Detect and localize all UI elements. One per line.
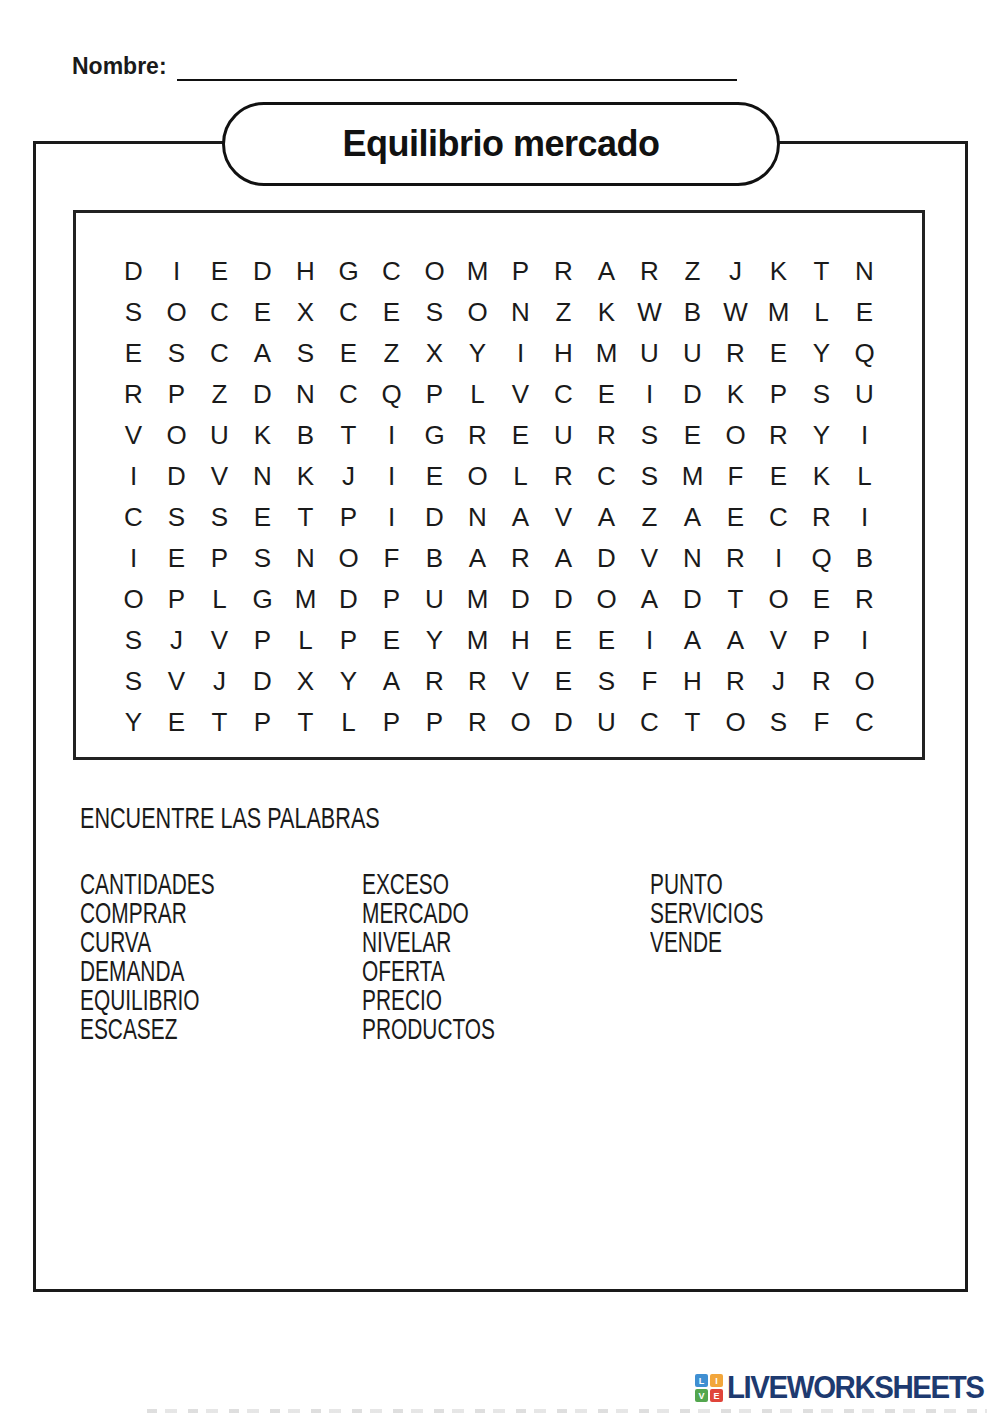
logo-square-i-icon: I — [710, 1374, 723, 1387]
grid-cell-r4c6[interactable]: C — [327, 374, 370, 415]
grid-cell-r10c15[interactable]: A — [714, 620, 757, 661]
cutoff-text-strip — [147, 1409, 987, 1413]
grid-cell-r8c12[interactable]: D — [585, 538, 628, 579]
grid-cell-r4c4[interactable]: D — [241, 374, 284, 415]
grid-cell-r1c16[interactable]: K — [757, 251, 800, 292]
grid-cell-r1c11[interactable]: R — [542, 251, 585, 292]
word-item: CANTIDADES — [80, 870, 215, 899]
grid-cell-r7c6[interactable]: P — [327, 497, 370, 538]
grid-cell-r5c7[interactable]: I — [370, 415, 413, 456]
grid-cell-r12c11[interactable]: D — [542, 702, 585, 743]
word-item: PUNTO — [650, 870, 763, 899]
grid-cell-r7c8[interactable]: D — [413, 497, 456, 538]
grid-cell-r9c2[interactable]: P — [155, 579, 198, 620]
letter-grid-box: DIEDHGCOMPRARZJKTNSOCEXCESONZKWBWMLEESCA… — [73, 210, 925, 760]
grid-cell-r4c9[interactable]: L — [456, 374, 499, 415]
grid-cell-r8c2[interactable]: E — [155, 538, 198, 579]
grid-cell-r11c11[interactable]: E — [542, 661, 585, 702]
grid-cell-r9c10[interactable]: D — [499, 579, 542, 620]
word-item: OFERTA — [362, 957, 495, 986]
grid-cell-r2c3[interactable]: C — [198, 292, 241, 333]
grid-cell-r7c4[interactable]: E — [241, 497, 284, 538]
grid-cell-r10c9[interactable]: M — [456, 620, 499, 661]
grid-cell-r3c4[interactable]: A — [241, 333, 284, 374]
grid-cell-r4c12[interactable]: E — [585, 374, 628, 415]
grid-cell-r4c13[interactable]: I — [628, 374, 671, 415]
grid-cell-r6c4[interactable]: N — [241, 456, 284, 497]
grid-cell-r1c4[interactable]: D — [241, 251, 284, 292]
grid-cell-r2c12[interactable]: K — [585, 292, 628, 333]
grid-cell-r4c1[interactable]: R — [112, 374, 155, 415]
grid-cell-r5c17[interactable]: Y — [800, 415, 843, 456]
grid-cell-r1c15[interactable]: J — [714, 251, 757, 292]
grid-cell-r10c8[interactable]: Y — [413, 620, 456, 661]
grid-cell-r3c10[interactable]: I — [499, 333, 542, 374]
grid-cell-r12c4[interactable]: P — [241, 702, 284, 743]
grid-cell-r8c13[interactable]: V — [628, 538, 671, 579]
grid-cell-r4c15[interactable]: K — [714, 374, 757, 415]
grid-cell-r1c9[interactable]: M — [456, 251, 499, 292]
grid-cell-r8c14[interactable]: N — [671, 538, 714, 579]
grid-cell-r5c16[interactable]: R — [757, 415, 800, 456]
grid-cell-r2c6[interactable]: C — [327, 292, 370, 333]
grid-cell-r12c15[interactable]: O — [714, 702, 757, 743]
grid-cell-r4c7[interactable]: Q — [370, 374, 413, 415]
grid-cell-r8c10[interactable]: R — [499, 538, 542, 579]
grid-cell-r1c5[interactable]: H — [284, 251, 327, 292]
grid-cell-r3c6[interactable]: E — [327, 333, 370, 374]
grid-cell-r9c15[interactable]: T — [714, 579, 757, 620]
grid-cell-r7c18[interactable]: I — [843, 497, 886, 538]
grid-cell-r3c18[interactable]: Q — [843, 333, 886, 374]
grid-cell-r1c18[interactable]: N — [843, 251, 886, 292]
grid-cell-r6c5[interactable]: K — [284, 456, 327, 497]
grid-cell-r3c17[interactable]: Y — [800, 333, 843, 374]
grid-cell-r2c16[interactable]: M — [757, 292, 800, 333]
grid-cell-r5c10[interactable]: E — [499, 415, 542, 456]
grid-cell-r6c12[interactable]: C — [585, 456, 628, 497]
word-item: COMPRAR — [80, 899, 215, 928]
grid-cell-r1c6[interactable]: G — [327, 251, 370, 292]
grid-cell-r10c11[interactable]: E — [542, 620, 585, 661]
grid-cell-r2c14[interactable]: B — [671, 292, 714, 333]
grid-cell-r5c11[interactable]: U — [542, 415, 585, 456]
grid-cell-r11c17[interactable]: R — [800, 661, 843, 702]
grid-cell-r7c1[interactable]: C — [112, 497, 155, 538]
grid-cell-r12c17[interactable]: F — [800, 702, 843, 743]
grid-cell-r8c17[interactable]: Q — [800, 538, 843, 579]
grid-cell-r12c12[interactable]: U — [585, 702, 628, 743]
logo-square-e-icon: E — [710, 1389, 723, 1402]
grid-cell-r7c11[interactable]: V — [542, 497, 585, 538]
grid-cell-r1c13[interactable]: R — [628, 251, 671, 292]
grid-cell-r5c2[interactable]: O — [155, 415, 198, 456]
grid-cell-r2c13[interactable]: W — [628, 292, 671, 333]
grid-cell-r9c1[interactable]: O — [112, 579, 155, 620]
grid-cell-r11c10[interactable]: V — [499, 661, 542, 702]
grid-cell-r11c14[interactable]: H — [671, 661, 714, 702]
grid-cell-r3c11[interactable]: H — [542, 333, 585, 374]
grid-cell-r2c10[interactable]: N — [499, 292, 542, 333]
grid-cell-r6c9[interactable]: O — [456, 456, 499, 497]
grid-cell-r5c6[interactable]: T — [327, 415, 370, 456]
grid-cell-r4c5[interactable]: N — [284, 374, 327, 415]
grid-cell-r11c3[interactable]: J — [198, 661, 241, 702]
grid-cell-r4c2[interactable]: P — [155, 374, 198, 415]
word-item: DEMANDA — [80, 957, 215, 986]
grid-cell-r11c2[interactable]: V — [155, 661, 198, 702]
grid-cell-r9c14[interactable]: D — [671, 579, 714, 620]
grid-cell-r12c2[interactable]: E — [155, 702, 198, 743]
grid-cell-r6c11[interactable]: R — [542, 456, 585, 497]
word-item: PRECIO — [362, 986, 495, 1015]
grid-cell-r11c1[interactable]: S — [112, 661, 155, 702]
grid-cell-r7c7[interactable]: I — [370, 497, 413, 538]
grid-cell-r10c1[interactable]: S — [112, 620, 155, 661]
grid-cell-r1c10[interactable]: P — [499, 251, 542, 292]
grid-cell-r7c5[interactable]: T — [284, 497, 327, 538]
grid-cell-r10c4[interactable]: P — [241, 620, 284, 661]
grid-cell-r8c15[interactable]: R — [714, 538, 757, 579]
grid-cell-r8c1[interactable]: I — [112, 538, 155, 579]
grid-cell-r7c17[interactable]: R — [800, 497, 843, 538]
word-item: CURVA — [80, 928, 215, 957]
grid-cell-r4c18[interactable]: U — [843, 374, 886, 415]
grid-cell-r8c11[interactable]: A — [542, 538, 585, 579]
grid-cell-r10c7[interactable]: E — [370, 620, 413, 661]
grid-cell-r4c3[interactable]: Z — [198, 374, 241, 415]
grid-cell-r10c16[interactable]: V — [757, 620, 800, 661]
grid-cell-r8c9[interactable]: A — [456, 538, 499, 579]
grid-cell-r8c3[interactable]: P — [198, 538, 241, 579]
word-item: MERCADO — [362, 899, 495, 928]
grid-cell-r11c12[interactable]: S — [585, 661, 628, 702]
grid-cell-r6c3[interactable]: V — [198, 456, 241, 497]
grid-cell-r6c18[interactable]: L — [843, 456, 886, 497]
grid-cell-r1c2[interactable]: I — [155, 251, 198, 292]
grid-cell-r9c6[interactable]: D — [327, 579, 370, 620]
grid-cell-r8c4[interactable]: S — [241, 538, 284, 579]
grid-cell-r9c8[interactable]: U — [413, 579, 456, 620]
logo-square-v-icon: V — [695, 1389, 708, 1402]
grid-cell-r3c12[interactable]: M — [585, 333, 628, 374]
word-column: EXCESOMERCADONIVELAROFERTAPRECIOPRODUCTO… — [362, 870, 547, 1044]
grid-cell-r11c7[interactable]: A — [370, 661, 413, 702]
grid-cell-r12c10[interactable]: O — [499, 702, 542, 743]
grid-cell-r10c13[interactable]: I — [628, 620, 671, 661]
grid-cell-r2c11[interactable]: Z — [542, 292, 585, 333]
grid-cell-r8c16[interactable]: I — [757, 538, 800, 579]
grid-cell-r5c9[interactable]: R — [456, 415, 499, 456]
grid-cell-r2c17[interactable]: L — [800, 292, 843, 333]
grid-cell-r12c13[interactable]: C — [628, 702, 671, 743]
word-item: EXCESO — [362, 870, 495, 899]
grid-cell-r5c15[interactable]: O — [714, 415, 757, 456]
grid-cell-r10c3[interactable]: V — [198, 620, 241, 661]
grid-cell-r9c4[interactable]: G — [241, 579, 284, 620]
grid-cell-r7c16[interactable]: C — [757, 497, 800, 538]
grid-cell-r5c8[interactable]: G — [413, 415, 456, 456]
grid-cell-r5c13[interactable]: S — [628, 415, 671, 456]
grid-cell-r12c7[interactable]: P — [370, 702, 413, 743]
grid-cell-r6c2[interactable]: D — [155, 456, 198, 497]
word-item: SERVICIOS — [650, 899, 763, 928]
grid-cell-r9c13[interactable]: A — [628, 579, 671, 620]
grid-cell-r7c3[interactable]: S — [198, 497, 241, 538]
page-title: Equilibrio mercado — [342, 123, 659, 165]
grid-cell-r9c17[interactable]: E — [800, 579, 843, 620]
grid-cell-r7c12[interactable]: A — [585, 497, 628, 538]
grid-cell-r10c6[interactable]: P — [327, 620, 370, 661]
grid-cell-r3c3[interactable]: C — [198, 333, 241, 374]
grid-cell-r5c14[interactable]: E — [671, 415, 714, 456]
grid-cell-r3c16[interactable]: E — [757, 333, 800, 374]
grid-cell-r7c14[interactable]: A — [671, 497, 714, 538]
word-item: NIVELAR — [362, 928, 495, 957]
grid-cell-r6c14[interactable]: M — [671, 456, 714, 497]
grid-cell-r4c8[interactable]: P — [413, 374, 456, 415]
word-item: PRODUCTOS — [362, 1015, 495, 1044]
grid-cell-r6c6[interactable]: J — [327, 456, 370, 497]
grid-cell-r12c18[interactable]: C — [843, 702, 886, 743]
grid-cell-r10c12[interactable]: E — [585, 620, 628, 661]
grid-cell-r8c8[interactable]: B — [413, 538, 456, 579]
grid-cell-r11c13[interactable]: F — [628, 661, 671, 702]
name-label: Nombre: — [72, 53, 167, 80]
grid-cell-r7c15[interactable]: E — [714, 497, 757, 538]
grid-cell-r2c2[interactable]: O — [155, 292, 198, 333]
grid-cell-r3c8[interactable]: X — [413, 333, 456, 374]
grid-cell-r1c1[interactable]: D — [112, 251, 155, 292]
grid-cell-r8c7[interactable]: F — [370, 538, 413, 579]
grid-cell-r1c12[interactable]: A — [585, 251, 628, 292]
grid-cell-r4c11[interactable]: C — [542, 374, 585, 415]
grid-cell-r4c14[interactable]: D — [671, 374, 714, 415]
grid-cell-r11c4[interactable]: D — [241, 661, 284, 702]
grid-cell-r9c3[interactable]: L — [198, 579, 241, 620]
grid-cell-r5c18[interactable]: I — [843, 415, 886, 456]
grid-cell-r12c16[interactable]: S — [757, 702, 800, 743]
grid-cell-r3c2[interactable]: S — [155, 333, 198, 374]
grid-cell-r2c15[interactable]: W — [714, 292, 757, 333]
grid-cell-r1c8[interactable]: O — [413, 251, 456, 292]
grid-cell-r2c4[interactable]: E — [241, 292, 284, 333]
grid-cell-r10c14[interactable]: A — [671, 620, 714, 661]
grid-cell-r8c18[interactable]: B — [843, 538, 886, 579]
grid-cell-r2c8[interactable]: S — [413, 292, 456, 333]
grid-cell-r12c1[interactable]: Y — [112, 702, 155, 743]
grid-cell-r4c16[interactable]: P — [757, 374, 800, 415]
grid-cell-r11c5[interactable]: X — [284, 661, 327, 702]
word-item: EQUILIBRIO — [80, 986, 215, 1015]
grid-cell-r7c2[interactable]: S — [155, 497, 198, 538]
grid-cell-r11c18[interactable]: O — [843, 661, 886, 702]
grid-cell-r12c8[interactable]: P — [413, 702, 456, 743]
grid-cell-r3c9[interactable]: Y — [456, 333, 499, 374]
grid-cell-r3c7[interactable]: Z — [370, 333, 413, 374]
grid-cell-r6c10[interactable]: L — [499, 456, 542, 497]
grid-cell-r6c13[interactable]: S — [628, 456, 671, 497]
grid-cell-r9c12[interactable]: O — [585, 579, 628, 620]
worksheet-page: Nombre: Equilibrio mercado DIEDHGCOMPRAR… — [0, 0, 1000, 1413]
grid-cell-r9c7[interactable]: P — [370, 579, 413, 620]
grid-cell-r3c1[interactable]: E — [112, 333, 155, 374]
grid-cell-r2c5[interactable]: X — [284, 292, 327, 333]
grid-cell-r6c8[interactable]: E — [413, 456, 456, 497]
grid-cell-r7c10[interactable]: A — [499, 497, 542, 538]
grid-cell-r8c6[interactable]: O — [327, 538, 370, 579]
grid-cell-r6c7[interactable]: I — [370, 456, 413, 497]
word-item: ESCASEZ — [80, 1015, 215, 1044]
word-column: PUNTOSERVICIOSVENDE — [650, 870, 807, 957]
name-input-line[interactable] — [177, 57, 737, 81]
grid-cell-r9c18[interactable]: R — [843, 579, 886, 620]
grid-cell-r3c5[interactable]: S — [284, 333, 327, 374]
word-column: CANTIDADESCOMPRARCURVADEMANDAEQUILIBRIOE… — [80, 870, 267, 1044]
logo-text: LIVEWORKSHEETS — [727, 1370, 984, 1406]
grid-cell-r6c15[interactable]: F — [714, 456, 757, 497]
grid-cell-r8c5[interactable]: N — [284, 538, 327, 579]
letter-grid: DIEDHGCOMPRARZJKTNSOCEXCESONZKWBWMLEESCA… — [76, 213, 922, 743]
grid-cell-r6c1[interactable]: I — [112, 456, 155, 497]
grid-cell-r3c14[interactable]: U — [671, 333, 714, 374]
grid-cell-r12c3[interactable]: T — [198, 702, 241, 743]
grid-cell-r10c2[interactable]: J — [155, 620, 198, 661]
grid-cell-r11c15[interactable]: R — [714, 661, 757, 702]
grid-cell-r2c9[interactable]: O — [456, 292, 499, 333]
grid-cell-r7c13[interactable]: Z — [628, 497, 671, 538]
grid-cell-r6c17[interactable]: K — [800, 456, 843, 497]
grid-cell-r11c6[interactable]: Y — [327, 661, 370, 702]
grid-cell-r12c6[interactable]: L — [327, 702, 370, 743]
grid-cell-r1c14[interactable]: Z — [671, 251, 714, 292]
grid-cell-r9c11[interactable]: D — [542, 579, 585, 620]
word-item: VENDE — [650, 928, 763, 957]
grid-cell-r10c10[interactable]: H — [499, 620, 542, 661]
grid-cell-r12c14[interactable]: T — [671, 702, 714, 743]
grid-cell-r10c17[interactable]: P — [800, 620, 843, 661]
grid-cell-r2c18[interactable]: E — [843, 292, 886, 333]
grid-cell-r3c13[interactable]: U — [628, 333, 671, 374]
grid-cell-r4c17[interactable]: S — [800, 374, 843, 415]
word-list-heading-row: ENCUENTRE LAS PALABRAS — [80, 801, 496, 835]
grid-cell-r11c16[interactable]: J — [757, 661, 800, 702]
grid-cell-r1c7[interactable]: C — [370, 251, 413, 292]
grid-cell-r11c9[interactable]: R — [456, 661, 499, 702]
logo-square-l-icon: L — [695, 1374, 708, 1387]
grid-cell-r5c12[interactable]: R — [585, 415, 628, 456]
grid-cell-r1c3[interactable]: E — [198, 251, 241, 292]
grid-cell-r9c16[interactable]: O — [757, 579, 800, 620]
grid-cell-r2c1[interactable]: S — [112, 292, 155, 333]
grid-cell-r11c8[interactable]: R — [413, 661, 456, 702]
grid-cell-r9c9[interactable]: M — [456, 579, 499, 620]
grid-cell-r3c15[interactable]: R — [714, 333, 757, 374]
grid-cell-r5c1[interactable]: V — [112, 415, 155, 456]
grid-cell-r7c9[interactable]: N — [456, 497, 499, 538]
grid-cell-r12c5[interactable]: T — [284, 702, 327, 743]
grid-cell-r5c4[interactable]: K — [241, 415, 284, 456]
grid-cell-r10c18[interactable]: I — [843, 620, 886, 661]
grid-cell-r5c5[interactable]: B — [284, 415, 327, 456]
logo-squares-icon: LIVE — [695, 1374, 723, 1402]
word-list-heading: ENCUENTRE LAS PALABRAS — [80, 801, 380, 835]
liveworksheets-logo: LIVE LIVEWORKSHEETS — [695, 1370, 997, 1406]
title-box: Equilibrio mercado — [222, 102, 780, 186]
grid-cell-r4c10[interactable]: V — [499, 374, 542, 415]
grid-cell-r2c7[interactable]: E — [370, 292, 413, 333]
grid-cell-r5c3[interactable]: U — [198, 415, 241, 456]
grid-cell-r6c16[interactable]: E — [757, 456, 800, 497]
grid-cell-r1c17[interactable]: T — [800, 251, 843, 292]
grid-cell-r9c5[interactable]: M — [284, 579, 327, 620]
grid-cell-r12c9[interactable]: R — [456, 702, 499, 743]
grid-cell-r10c5[interactable]: L — [284, 620, 327, 661]
